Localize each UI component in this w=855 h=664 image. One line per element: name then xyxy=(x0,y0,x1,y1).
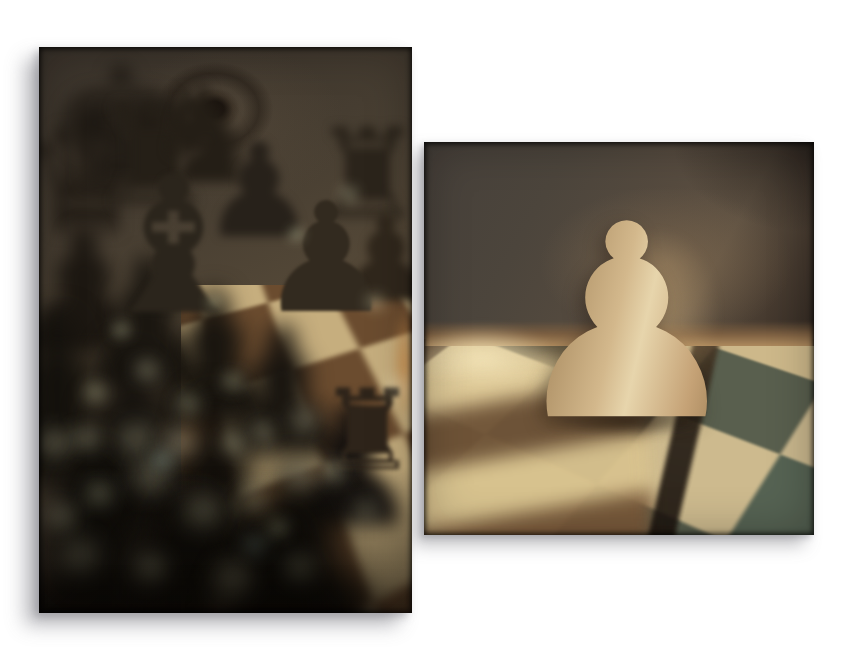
bottom-shadow-gradient xyxy=(39,47,412,613)
right-canvas-panel: ♟ xyxy=(424,142,814,535)
wall-art-diptych: ♛♚♜♞♟♜♟♝♟♜♟♟♟♟♟♟♟♟♟♟♟♟ ♟ xyxy=(0,0,855,664)
white-pawn: ♟ xyxy=(507,189,747,457)
left-canvas-panel: ♛♚♜♞♟♜♟♝♟♜♟♟♟♟♟♟♟♟♟♟♟♟ xyxy=(39,47,412,613)
